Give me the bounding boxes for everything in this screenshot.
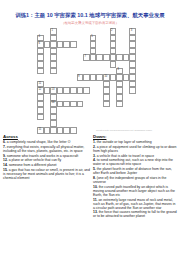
cell-number: 10: [104, 75, 107, 78]
crossword-cell-r9-c3[interactable]: [57, 87, 64, 94]
crossword-cell-r2-c14[interactable]: [129, 41, 136, 48]
crossword-cell-r15-c0[interactable]: 15: [37, 127, 44, 134]
crossword-cell-r10-c2[interactable]: [50, 94, 57, 101]
down-clues-column: Down: 1. the outside or top layer of som…: [93, 134, 178, 219]
crossword-cell-r9-c6[interactable]: [77, 87, 84, 94]
page-subtitle: （根据英文释义完成下面的填字游戏）: [0, 21, 180, 25]
cell-number: 3: [131, 29, 132, 32]
crossword-cell-r3-c8[interactable]: [90, 48, 97, 55]
down-clue-5: 5. the planet fourth in order of distanc…: [93, 167, 178, 175]
cell-number: 13: [52, 88, 55, 91]
crossword-cell-r15-c5[interactable]: [70, 127, 77, 134]
crossword-cell-r1-c11[interactable]: [110, 35, 117, 42]
crossword-cell-r9-c2[interactable]: 13: [50, 87, 57, 94]
generator-watermark: Created with TheTeachersCorner.net Cross…: [96, 129, 180, 131]
across-clue-7: 7. everything that exists, especially al…: [3, 145, 90, 153]
crossword-cell-r11-c5[interactable]: [70, 101, 77, 108]
crossword-cell-r13-c2[interactable]: [50, 114, 57, 121]
crossword-cell-r2-c2[interactable]: [50, 41, 57, 48]
across-clue-15: 15. a gas that has no colour or smell, i…: [3, 168, 90, 180]
crossword-cell-r11-c4[interactable]: [63, 101, 70, 108]
crossword-cell-r5-c2[interactable]: [50, 61, 57, 68]
cell-number: 2: [111, 29, 112, 32]
crossword-cell-r2-c0[interactable]: 6: [37, 41, 44, 48]
crossword-cell-r14-c2[interactable]: [50, 120, 57, 127]
across-clue-14: 14. someone from a different planet: [3, 163, 90, 167]
crossword-cell-r6-c14[interactable]: [129, 68, 136, 75]
across-header: Across: [3, 134, 90, 139]
crossword-cell-r8-c14[interactable]: [129, 81, 136, 88]
across-clue-12: 12. a plane or other vehicle that can fl…: [3, 158, 90, 162]
crossword-cell-r3-c0[interactable]: [37, 48, 44, 55]
cell-number: 14: [52, 101, 55, 104]
down-header: Down:: [93, 134, 178, 139]
crossword-cell-r7-c6[interactable]: 9: [77, 74, 84, 81]
crossword-cell-r10-c0[interactable]: [37, 94, 44, 101]
crossword-cell-r11-c2[interactable]: 14: [50, 101, 57, 108]
crossword-cell-r8-c12[interactable]: [116, 81, 123, 88]
crossword-cell-r7-c7[interactable]: [83, 74, 90, 81]
cell-number: 6: [38, 42, 39, 45]
crossword-cell-r4-c0[interactable]: [37, 54, 44, 61]
crossword-cell-r11-c6[interactable]: [77, 101, 84, 108]
crossword-cell-r2-c8[interactable]: [90, 41, 97, 48]
crossword-cell-r9-c4[interactable]: [63, 87, 70, 94]
crossword-cell-r4-c14[interactable]: [129, 54, 136, 61]
crossword-cell-r4-c9[interactable]: [96, 54, 103, 61]
crossword-cell-r2-c4[interactable]: [63, 41, 70, 48]
crossword-cell-r15-c4[interactable]: [63, 127, 70, 134]
crossword-cell-r6-c0[interactable]: [37, 68, 44, 75]
down-clue-8: 8. (one of) the independent groups of st…: [93, 176, 178, 184]
crossword-cell-r4-c12[interactable]: [116, 54, 123, 61]
crossword-cell-r3-c2[interactable]: [50, 48, 57, 55]
cell-number: 8: [118, 68, 119, 71]
crossword-grid: 123456789101112131415: [37, 28, 143, 134]
cell-number: 7: [85, 55, 86, 58]
crossword-cell-r1-c8[interactable]: 5: [90, 35, 97, 42]
down-clue-13: 13. the force that causes something to f…: [93, 210, 178, 218]
cell-number: 1: [52, 29, 53, 32]
crossword-cell-r7-c14[interactable]: [129, 74, 136, 81]
crossword-cell-r15-c3[interactable]: [57, 127, 64, 134]
crossword-cell-r9-c14[interactable]: [129, 87, 136, 94]
crossword-cell-r1-c2[interactable]: [50, 35, 57, 42]
crossword-cell-r7-c12[interactable]: [116, 74, 123, 81]
crossword-cell-r9-c5[interactable]: [70, 87, 77, 94]
crossword-cell-r4-c11[interactable]: [110, 54, 117, 61]
crossword-cell-r7-c11[interactable]: [110, 74, 117, 81]
crossword-cell-r11-c3[interactable]: [57, 101, 64, 108]
crossword-cell-r5-c14[interactable]: [129, 61, 136, 68]
crossword-cell-r11-c0[interactable]: [37, 101, 44, 108]
crossword-cell-r12-c0[interactable]: [37, 107, 44, 114]
crossword-cell-r2-c5[interactable]: [70, 41, 77, 48]
crossword-cell-r15-c2[interactable]: [50, 127, 57, 134]
crossword-cell-r4-c13[interactable]: [123, 54, 130, 61]
crossword-cell-r8-c0[interactable]: 11: [37, 81, 44, 88]
cell-number: 12: [38, 88, 41, 91]
crossword-cell-r9-c10[interactable]: [103, 87, 110, 94]
crossword-cell-r7-c10[interactable]: 10: [103, 74, 110, 81]
crossword-cell-r4-c7[interactable]: 7: [83, 54, 90, 61]
crossword-cell-r5-c11[interactable]: [110, 61, 117, 68]
down-clue-4: 4. to send something out, such as a new …: [93, 158, 178, 166]
cell-number: 15: [38, 128, 41, 131]
crossword-cell-r1-c0[interactable]: 4: [37, 35, 44, 42]
crossword-cell-r4-c10[interactable]: [103, 54, 110, 61]
crossword-cell-r7-c9[interactable]: [96, 74, 103, 81]
crossword-cell-r11-c12[interactable]: [116, 101, 123, 108]
down-clue-11: 11. an extremely large round mass of roc…: [93, 198, 178, 210]
crossword-cell-r2-c11[interactable]: [110, 41, 117, 48]
down-clue-list: 1. the outside or top layer of something…: [93, 140, 178, 218]
cell-number: 5: [91, 35, 92, 38]
crossword-cell-r0-c11[interactable]: 2: [110, 28, 117, 35]
crossword-cell-r13-c0[interactable]: [37, 114, 44, 121]
crossword-cell-r1-c14[interactable]: [129, 35, 136, 42]
crossword-cell-r15-c1[interactable]: [44, 127, 51, 134]
crossword-cell-r4-c2[interactable]: [50, 54, 57, 61]
page-title: 训练1：主题 10 宇宙探索 10.1 地球与宇宙探索、航天事业发展: [0, 12, 180, 19]
crossword-cell-r8-c10[interactable]: [103, 81, 110, 88]
down-clue-2: 2. a piece of equipment used for climbin…: [93, 145, 178, 153]
crossword-cell-r9-c1[interactable]: [44, 87, 51, 94]
crossword-cell-r0-c14[interactable]: 3: [129, 28, 136, 35]
crossword-cell-r4-c8[interactable]: [90, 54, 97, 61]
crossword-cell-r3-c14[interactable]: [129, 48, 136, 55]
crossword-cell-r2-c3[interactable]: [57, 41, 64, 48]
across-clues-column: Across 6. a completely round shape, like…: [3, 134, 90, 181]
crossword-cell-r6-c2[interactable]: [50, 68, 57, 75]
across-clue-9: 9. someone who travels and works in a sp…: [3, 154, 90, 158]
cell-number: 9: [78, 75, 79, 78]
crossword-cell-r7-c8[interactable]: [90, 74, 97, 81]
crossword-cell-r5-c0[interactable]: [37, 61, 44, 68]
crossword-cell-r9-c12[interactable]: [116, 87, 123, 94]
crossword-cell-r12-c2[interactable]: [50, 107, 57, 114]
cell-number: 4: [38, 35, 39, 38]
crossword-cell-r10-c12[interactable]: [116, 94, 123, 101]
cell-number: 11: [38, 82, 41, 85]
crossword-cell-r9-c0[interactable]: 12: [37, 87, 44, 94]
crossword-cell-r10-c10[interactable]: [103, 94, 110, 101]
crossword-cell-r6-c12[interactable]: 8: [116, 68, 123, 75]
across-clue-6: 6. a completely round shape, like the le…: [3, 140, 90, 144]
down-clue-1: 1. the outside or top layer of something: [93, 140, 178, 144]
crossword-cell-r7-c13[interactable]: [123, 74, 130, 81]
crossword-cell-r2-c1[interactable]: [44, 41, 51, 48]
down-clue-3: 3. a vehicle that is able to travel in s…: [93, 154, 178, 158]
crossword-cell-r9-c7[interactable]: [83, 87, 90, 94]
worksheet-page: 训练1：主题 10 宇宙探索 10.1 地球与宇宙探索、航天事业发展 （根据英文…: [0, 0, 180, 255]
crossword-cell-r0-c2[interactable]: 1: [50, 28, 57, 35]
down-clue-10: 10. the curved path travelled by an obje…: [93, 185, 178, 197]
crossword-cell-r3-c11[interactable]: [110, 48, 117, 55]
across-clue-list: 6. a completely round shape, like the le…: [3, 140, 90, 180]
crossword-cell-r11-c10[interactable]: [103, 101, 110, 108]
